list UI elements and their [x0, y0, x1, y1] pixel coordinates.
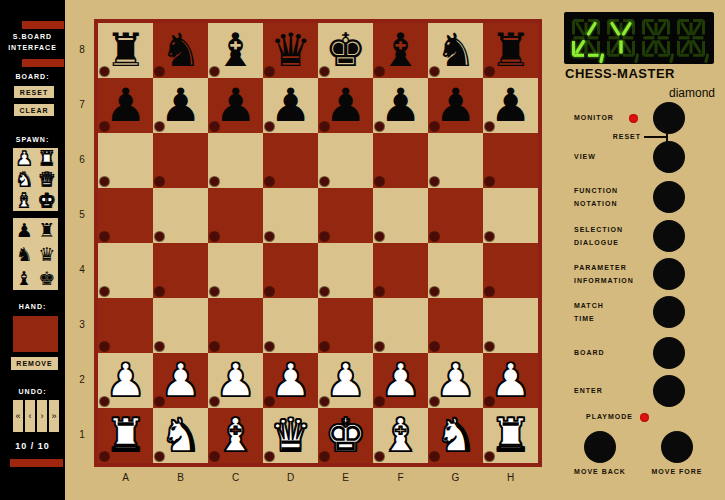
square-sensor-dot: [375, 342, 384, 351]
square-g4[interactable]: [428, 243, 483, 298]
divider-bar: [10, 459, 63, 467]
spawn-white-knight[interactable]: ♞: [16, 169, 33, 190]
function-label: FUNCTION: [574, 187, 618, 194]
square-sensor-dot: [265, 177, 274, 186]
square-g8[interactable]: ♞: [428, 23, 483, 78]
spawn-white-king[interactable]: ♚: [38, 190, 55, 211]
square-sensor-dot: [210, 232, 219, 241]
playmode-label: PLAYMODE: [586, 413, 633, 420]
black-rook[interactable]: ♜: [98, 23, 153, 78]
spawn-white-bishop[interactable]: ♝: [16, 190, 33, 211]
square-a3[interactable]: [98, 298, 153, 353]
square-f1[interactable]: ♝: [373, 408, 428, 463]
square-sensor-dot: [375, 287, 384, 296]
playmode-led: [640, 413, 649, 422]
chess-master-emulator: S.BOARD INTERFACE BOARD: RESET CLEAR SPA…: [0, 0, 725, 500]
white-pawn[interactable]: ♟: [428, 353, 483, 408]
move-fore-label: MOVE FORE: [637, 468, 717, 475]
spawn-black-knight[interactable]: ♞: [16, 244, 33, 265]
square-b5[interactable]: [153, 188, 208, 243]
black-bishop[interactable]: ♝: [373, 23, 428, 78]
square-sensor-dot: [155, 177, 164, 186]
redo-one-button[interactable]: ›: [37, 400, 47, 432]
square-sensor-dot: [320, 287, 329, 296]
square-c3[interactable]: [208, 298, 263, 353]
white-pawn[interactable]: ♟: [153, 353, 208, 408]
square-h8[interactable]: ♜: [483, 23, 538, 78]
square-c7[interactable]: ♟: [208, 78, 263, 133]
clear-board-button[interactable]: CLEAR: [14, 104, 54, 116]
hand-slot[interactable]: [13, 316, 58, 352]
white-bishop[interactable]: ♝: [373, 408, 428, 463]
black-knight[interactable]: ♞: [428, 23, 483, 78]
selection-label: SELECTION: [574, 226, 623, 233]
square-b1[interactable]: ♞: [153, 408, 208, 463]
square-h4[interactable]: [483, 243, 538, 298]
divider-bar: [22, 59, 64, 67]
match-label: MATCH: [574, 302, 604, 309]
square-c1[interactable]: ♝: [208, 408, 263, 463]
board-label: BOARD: [574, 349, 605, 356]
square-h5[interactable]: [483, 188, 538, 243]
black-pawn[interactable]: ♟: [318, 78, 373, 133]
spawn-black-bishop[interactable]: ♝: [16, 268, 33, 289]
enter-label: ENTER: [574, 387, 603, 394]
undo-counter: 10 / 10: [0, 441, 65, 451]
file-label-c: C: [208, 472, 263, 483]
square-b2[interactable]: ♟: [153, 353, 208, 408]
square-a5[interactable]: [98, 188, 153, 243]
square-c2[interactable]: ♟: [208, 353, 263, 408]
square-f2[interactable]: ♟: [373, 353, 428, 408]
view-label: VIEW: [574, 153, 596, 160]
square-g7[interactable]: ♟: [428, 78, 483, 133]
monitor-label: MONITOR: [574, 114, 614, 121]
square-a1[interactable]: ♜: [98, 408, 153, 463]
parameter-information-button[interactable]: [653, 258, 685, 290]
spawn-black-king[interactable]: ♚: [38, 268, 55, 289]
board-button[interactable]: [653, 337, 685, 369]
square-a2[interactable]: ♟: [98, 353, 153, 408]
rank-label-4: 4: [74, 264, 90, 275]
square-sensor-dot: [100, 287, 109, 296]
function-notation-button[interactable]: [653, 181, 685, 213]
file-label-f: F: [373, 472, 428, 483]
square-h3[interactable]: [483, 298, 538, 353]
spawn-white-rook[interactable]: ♜: [38, 148, 55, 169]
square-d6[interactable]: [263, 133, 318, 188]
square-d4[interactable]: [263, 243, 318, 298]
rank-label-2: 2: [74, 374, 90, 385]
square-b8[interactable]: ♞: [153, 23, 208, 78]
spawn-white-queen[interactable]: ♛: [38, 169, 55, 190]
square-e2[interactable]: ♟: [318, 353, 373, 408]
move-back-button[interactable]: [584, 431, 616, 463]
white-pawn[interactable]: ♟: [98, 353, 153, 408]
white-pawn[interactable]: ♟: [263, 353, 318, 408]
information-label: INFORMATION: [574, 277, 634, 284]
move-fore-button[interactable]: [661, 431, 693, 463]
time-label: TIME: [574, 315, 595, 322]
spawn-black-queen[interactable]: ♛: [38, 244, 55, 265]
square-d7[interactable]: ♟: [263, 78, 318, 133]
square-h6[interactable]: [483, 133, 538, 188]
square-b6[interactable]: [153, 133, 208, 188]
white-rook[interactable]: ♜: [483, 408, 538, 463]
square-f7[interactable]: ♟: [373, 78, 428, 133]
square-e3[interactable]: [318, 298, 373, 353]
square-sensor-dot: [430, 232, 439, 241]
black-pawn[interactable]: ♟: [263, 78, 318, 133]
rank-label-1: 1: [74, 429, 90, 440]
monitor-led: [629, 114, 638, 123]
black-pawn[interactable]: ♟: [428, 78, 483, 133]
enter-button[interactable]: [653, 375, 685, 407]
reset-wire-horizontal: [644, 136, 666, 138]
square-sensor-dot: [375, 232, 384, 241]
square-sensor-dot: [485, 232, 494, 241]
square-sensor-dot: [100, 177, 109, 186]
square-d3[interactable]: [263, 298, 318, 353]
square-c8[interactable]: ♝: [208, 23, 263, 78]
square-c4[interactable]: [208, 243, 263, 298]
sensor-board-interface-sidebar: S.BOARD INTERFACE BOARD: RESET CLEAR SPA…: [0, 0, 65, 500]
square-sensor-dot: [485, 287, 494, 296]
square-sensor-dot: [100, 232, 109, 241]
file-label-g: G: [428, 472, 483, 483]
rank-label-3: 3: [74, 319, 90, 330]
square-d2[interactable]: ♟: [263, 353, 318, 408]
square-h7[interactable]: ♟: [483, 78, 538, 133]
square-sensor-dot: [210, 177, 219, 186]
white-pawn[interactable]: ♟: [373, 353, 428, 408]
chess-board: ♜♞♝♛♚♝♞♜♟♟♟♟♟♟♟♟♟♟♟♟♟♟♟♟♜♞♝♛♚♝♞♜: [98, 23, 538, 463]
square-sensor-dot: [155, 232, 164, 241]
square-h1[interactable]: ♜: [483, 408, 538, 463]
rank-label-8: 8: [74, 44, 90, 55]
divider-bar: [22, 21, 64, 29]
square-e1[interactable]: ♚: [318, 408, 373, 463]
square-e5[interactable]: [318, 188, 373, 243]
square-c6[interactable]: [208, 133, 263, 188]
square-sensor-dot: [100, 342, 109, 351]
selection-dialogue-button[interactable]: [653, 220, 685, 252]
move-back-label: MOVE BACK: [560, 468, 640, 475]
square-g6[interactable]: [428, 133, 483, 188]
file-label-b: B: [153, 472, 208, 483]
rank-label-6: 6: [74, 154, 90, 165]
spawn-section-label: SPAWN:: [0, 136, 65, 143]
square-b3[interactable]: [153, 298, 208, 353]
view-button[interactable]: [653, 141, 685, 173]
square-f6[interactable]: [373, 133, 428, 188]
redo-all-button[interactable]: »: [49, 400, 59, 432]
square-e8[interactable]: ♚: [318, 23, 373, 78]
sidebar-title-line1: S.BOARD: [0, 33, 65, 40]
square-sensor-dot: [210, 342, 219, 351]
chess-board-frame: ♜♞♝♛♚♝♞♜♟♟♟♟♟♟♟♟♟♟♟♟♟♟♟♟♜♞♝♛♚♝♞♜: [94, 19, 542, 467]
square-f4[interactable]: [373, 243, 428, 298]
square-a8[interactable]: ♜: [98, 23, 153, 78]
square-d1[interactable]: ♛: [263, 408, 318, 463]
square-g3[interactable]: [428, 298, 483, 353]
segment-display: [564, 12, 714, 64]
white-knight[interactable]: ♞: [428, 408, 483, 463]
white-pawn[interactable]: ♟: [318, 353, 373, 408]
spawn-black-rook[interactable]: ♜: [38, 220, 55, 241]
undo-section-label: UNDO:: [0, 388, 65, 395]
spawn-black-pawn[interactable]: ♟: [16, 220, 33, 241]
monitor-button[interactable]: [653, 102, 685, 134]
spawn-white-pawn[interactable]: ♟: [16, 148, 33, 169]
black-rook[interactable]: ♜: [483, 23, 538, 78]
board-section-label: BOARD:: [0, 73, 65, 80]
undo-controls: «‹›»: [13, 400, 59, 432]
parameter-label: PARAMETER: [574, 264, 627, 271]
square-sensor-dot: [155, 287, 164, 296]
file-label-d: D: [263, 472, 318, 483]
square-sensor-dot: [155, 342, 164, 351]
square-d5[interactable]: [263, 188, 318, 243]
spawn-black-pieces-tray: ♟♜♞♛♝♚: [13, 218, 58, 290]
white-knight[interactable]: ♞: [153, 408, 208, 463]
square-sensor-dot: [320, 342, 329, 351]
white-queen[interactable]: ♛: [263, 408, 318, 463]
black-pawn[interactable]: ♟: [208, 78, 263, 133]
square-sensor-dot: [265, 232, 274, 241]
rank-label-5: 5: [74, 209, 90, 220]
notation-label: NOTATION: [574, 200, 618, 207]
square-g5[interactable]: [428, 188, 483, 243]
match-time-button[interactable]: [653, 296, 685, 328]
square-sensor-dot: [320, 232, 329, 241]
brand-label: CHESS-MASTER: [565, 66, 675, 81]
square-a7[interactable]: ♟: [98, 78, 153, 133]
spawn-white-pieces-tray: ♟♜♞♛♝♚: [13, 148, 58, 211]
square-sensor-dot: [430, 177, 439, 186]
undo-all-button[interactable]: «: [13, 400, 23, 432]
square-d8[interactable]: ♛: [263, 23, 318, 78]
black-pawn[interactable]: ♟: [98, 78, 153, 133]
white-pawn[interactable]: ♟: [208, 353, 263, 408]
square-h2[interactable]: ♟: [483, 353, 538, 408]
white-pawn[interactable]: ♟: [483, 353, 538, 408]
square-a6[interactable]: [98, 133, 153, 188]
square-b7[interactable]: ♟: [153, 78, 208, 133]
square-sensor-dot: [430, 342, 439, 351]
hand-section-label: HAND:: [0, 303, 65, 310]
black-pawn[interactable]: ♟: [483, 78, 538, 133]
black-knight[interactable]: ♞: [153, 23, 208, 78]
square-e7[interactable]: ♟: [318, 78, 373, 133]
file-label-e: E: [318, 472, 373, 483]
square-f5[interactable]: [373, 188, 428, 243]
square-a4[interactable]: [98, 243, 153, 298]
dialogue-label: DIALOGUE: [574, 239, 619, 246]
undo-one-button[interactable]: ‹: [25, 400, 35, 432]
square-e4[interactable]: [318, 243, 373, 298]
file-label-a: A: [98, 472, 153, 483]
black-queen[interactable]: ♛: [263, 23, 318, 78]
square-f3[interactable]: [373, 298, 428, 353]
file-label-h: H: [483, 472, 538, 483]
white-bishop[interactable]: ♝: [208, 408, 263, 463]
sidebar-title-line2: INTERFACE: [0, 44, 65, 51]
square-sensor-dot: [320, 177, 329, 186]
square-sensor-dot: [375, 177, 384, 186]
black-pawn[interactable]: ♟: [373, 78, 428, 133]
square-sensor-dot: [265, 342, 274, 351]
white-king[interactable]: ♚: [318, 408, 373, 463]
square-b4[interactable]: [153, 243, 208, 298]
remove-button[interactable]: REMOVE: [11, 357, 58, 370]
reset-board-button[interactable]: RESET: [14, 86, 54, 98]
reset-label: RESET: [600, 133, 641, 140]
square-sensor-dot: [485, 342, 494, 351]
square-sensor-dot: [210, 287, 219, 296]
square-sensor-dot: [265, 287, 274, 296]
square-g2[interactable]: ♟: [428, 353, 483, 408]
black-king[interactable]: ♚: [318, 23, 373, 78]
square-e6[interactable]: [318, 133, 373, 188]
square-f8[interactable]: ♝: [373, 23, 428, 78]
square-sensor-dot: [485, 177, 494, 186]
square-c5[interactable]: [208, 188, 263, 243]
square-sensor-dot: [430, 287, 439, 296]
black-bishop[interactable]: ♝: [208, 23, 263, 78]
model-label: diamond: [640, 86, 715, 100]
square-g1[interactable]: ♞: [428, 408, 483, 463]
black-pawn[interactable]: ♟: [153, 78, 208, 133]
white-rook[interactable]: ♜: [98, 408, 153, 463]
rank-label-7: 7: [74, 99, 90, 110]
